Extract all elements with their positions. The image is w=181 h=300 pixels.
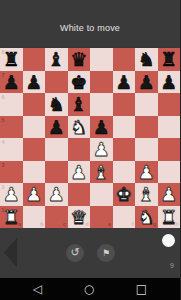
piece-white-pawn[interactable]: ♟ <box>0 183 23 206</box>
square-e1[interactable]: e <box>90 206 113 229</box>
square-c1[interactable]: c <box>45 206 68 229</box>
page-title: White to move <box>60 23 120 33</box>
app-header: White to move <box>0 0 180 48</box>
file-label: b <box>40 221 43 227</box>
square-b3[interactable] <box>23 161 46 184</box>
android-recents-icon[interactable]: □ <box>136 278 147 300</box>
square-g5[interactable] <box>135 116 158 139</box>
square-d1[interactable]: d♛ <box>68 206 91 229</box>
square-d3[interactable]: ♟ <box>68 161 91 184</box>
square-c3[interactable] <box>45 161 68 184</box>
flag-button[interactable]: ⚑ <box>97 244 115 262</box>
piece-black-pawn[interactable]: ♟ <box>45 116 68 139</box>
square-a6[interactable]: 6 <box>0 93 23 116</box>
square-e5[interactable]: ♟ <box>90 116 113 139</box>
square-d2[interactable] <box>68 183 91 206</box>
piece-white-pawn[interactable]: ♟ <box>68 161 91 184</box>
square-e3[interactable]: ♝ <box>90 161 113 184</box>
square-g3[interactable]: ♟ <box>135 161 158 184</box>
square-c4[interactable] <box>45 138 68 161</box>
square-a5[interactable]: 5 <box>0 116 23 139</box>
square-g2[interactable]: ♝ <box>135 183 158 206</box>
square-d4[interactable] <box>68 138 91 161</box>
square-f7[interactable]: ♟ <box>113 71 136 94</box>
square-e4[interactable]: ♟ <box>90 138 113 161</box>
square-h2[interactable]: ♟ <box>158 183 181 206</box>
previous-move-chevron-icon[interactable] <box>4 238 17 267</box>
square-a3[interactable]: 3 <box>0 161 23 184</box>
square-f8[interactable] <box>113 48 136 71</box>
piece-black-queen[interactable]: ♛ <box>68 48 91 71</box>
piece-black-pawn[interactable]: ♟ <box>90 116 113 139</box>
piece-black-pawn[interactable]: ♟ <box>113 71 136 94</box>
square-f3[interactable] <box>113 161 136 184</box>
square-h3[interactable] <box>158 161 181 184</box>
square-a1[interactable]: 1a♜ <box>0 206 23 229</box>
piece-white-pawn[interactable]: ♟ <box>135 161 158 184</box>
android-home-icon[interactable]: ○ <box>84 278 94 300</box>
square-b4[interactable] <box>23 138 46 161</box>
square-c2[interactable]: ♟ <box>45 183 68 206</box>
rank-label: 3 <box>2 162 5 168</box>
square-h1[interactable]: h♜ <box>158 206 181 229</box>
square-g7[interactable]: ♟ <box>135 71 158 94</box>
piece-white-pawn[interactable]: ♟ <box>158 183 181 206</box>
piece-black-bishop[interactable]: ♝ <box>68 93 91 116</box>
square-h4[interactable] <box>158 138 181 161</box>
piece-white-pawn[interactable]: ♟ <box>90 138 113 161</box>
square-d6[interactable]: ♝ <box>68 93 91 116</box>
square-a7[interactable]: 7♟ <box>0 71 23 94</box>
piece-white-knight[interactable]: ♞ <box>135 206 158 229</box>
file-label: f <box>132 221 134 227</box>
piece-black-rook[interactable]: ♜ <box>158 48 181 71</box>
square-d7[interactable]: ♚ <box>68 71 91 94</box>
piece-white-queen[interactable]: ♛ <box>68 206 91 229</box>
square-a4[interactable]: 4 <box>0 138 23 161</box>
piece-black-knight[interactable]: ♞ <box>45 93 68 116</box>
square-e7[interactable] <box>90 71 113 94</box>
square-d5[interactable]: ♞ <box>68 116 91 139</box>
app-screen: White to move 8♜♝♛♞♜7♟♟♚♟♟♟6♞♝5♟♞♟4♟3♟♝♟… <box>0 0 180 300</box>
piece-black-pawn[interactable]: ♟ <box>158 71 181 94</box>
square-a8[interactable]: 8♜ <box>0 48 23 71</box>
square-h6[interactable] <box>158 93 181 116</box>
square-e8[interactable] <box>90 48 113 71</box>
square-h7[interactable]: ♟ <box>158 71 181 94</box>
bottom-toolbar: ↺ ⚑ 9 <box>0 228 180 278</box>
square-c8[interactable]: ♝ <box>45 48 68 71</box>
square-f2[interactable]: ♚ <box>113 183 136 206</box>
square-b1[interactable]: b <box>23 206 46 229</box>
square-f5[interactable] <box>113 116 136 139</box>
square-h8[interactable]: ♜ <box>158 48 181 71</box>
square-c6[interactable]: ♞ <box>45 93 68 116</box>
square-g4[interactable] <box>135 138 158 161</box>
piece-white-pawn[interactable]: ♟ <box>45 183 68 206</box>
piece-white-knight[interactable]: ♞ <box>68 116 91 139</box>
square-f1[interactable]: f <box>113 206 136 229</box>
retry-button[interactable]: ↺ <box>66 244 84 262</box>
square-c7[interactable] <box>45 71 68 94</box>
square-d8[interactable]: ♛ <box>68 48 91 71</box>
square-f6[interactable] <box>113 93 136 116</box>
flag-icon: ⚑ <box>102 244 110 262</box>
rank-label: 4 <box>2 139 5 145</box>
android-nav-bar: ◁ ○ □ <box>0 278 180 300</box>
rank-label: 5 <box>2 117 5 123</box>
piece-black-pawn[interactable]: ♟ <box>135 71 158 94</box>
piece-black-pawn[interactable]: ♟ <box>0 71 23 94</box>
square-e6[interactable] <box>90 93 113 116</box>
piece-black-pawn[interactable]: ♟ <box>23 71 46 94</box>
white-to-move-indicator <box>162 234 175 247</box>
file-label: c <box>63 221 66 227</box>
piece-black-king[interactable]: ♚ <box>68 71 91 94</box>
android-back-icon[interactable]: ◁ <box>33 278 42 300</box>
puzzle-counter: 9 <box>170 262 174 269</box>
piece-white-bishop[interactable]: ♝ <box>135 183 158 206</box>
square-b8[interactable] <box>23 48 46 71</box>
square-e2[interactable] <box>90 183 113 206</box>
square-h5[interactable] <box>158 116 181 139</box>
piece-white-rook[interactable]: ♜ <box>0 206 23 229</box>
file-label: e <box>108 221 111 227</box>
square-b2[interactable]: ♟ <box>23 183 46 206</box>
undo-icon: ↺ <box>70 244 79 262</box>
square-g1[interactable]: g♞ <box>135 206 158 229</box>
rank-label: 6 <box>2 94 5 100</box>
square-g6[interactable] <box>135 93 158 116</box>
square-a2[interactable]: 2♟ <box>0 183 23 206</box>
chess-board[interactable]: 8♜♝♛♞♜7♟♟♚♟♟♟6♞♝5♟♞♟4♟3♟♝♟2♟♟♟♚♝♟1a♜bcd♛… <box>0 48 180 228</box>
piece-black-rook[interactable]: ♜ <box>0 48 23 71</box>
piece-black-knight[interactable]: ♞ <box>135 48 158 71</box>
square-f4[interactable] <box>113 138 136 161</box>
piece-white-king[interactable]: ♚ <box>113 183 136 206</box>
piece-black-bishop[interactable]: ♝ <box>45 48 68 71</box>
piece-white-rook[interactable]: ♜ <box>158 206 181 229</box>
square-b7[interactable]: ♟ <box>23 71 46 94</box>
piece-white-pawn[interactable]: ♟ <box>23 183 46 206</box>
square-c5[interactable]: ♟ <box>45 116 68 139</box>
square-b5[interactable] <box>23 116 46 139</box>
piece-white-bishop[interactable]: ♝ <box>90 161 113 184</box>
square-g8[interactable]: ♞ <box>135 48 158 71</box>
square-b6[interactable] <box>23 93 46 116</box>
